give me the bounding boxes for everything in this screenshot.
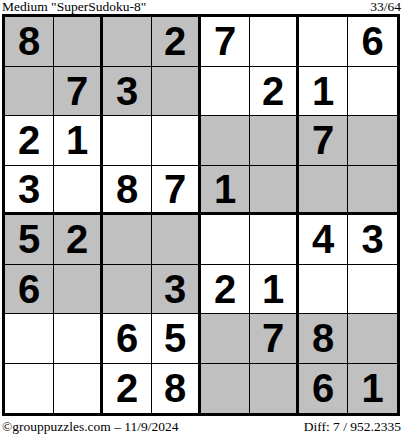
board: 8276732121738715243632165782861: [2, 14, 400, 416]
cell-r4c5: 1: [201, 166, 250, 216]
cell-r3c2: 1: [54, 116, 103, 166]
puzzle-page: Medium "SuperSudoku-8" 33/64 82767321217…: [0, 0, 403, 437]
cell-r1c3: [103, 17, 152, 67]
cell-r2c7: 1: [299, 67, 348, 117]
cell-r2c2: 7: [54, 67, 103, 117]
cell-r2c8: [348, 67, 397, 117]
cell-r2c1: [5, 67, 54, 117]
cell-r6c8: [348, 265, 397, 315]
cell-r3c5: [201, 116, 250, 166]
cell-r3c8: [348, 116, 397, 166]
cell-r7c4: 5: [152, 314, 201, 364]
cell-r4c1: 3: [5, 166, 54, 216]
footer-difficulty: Diff: 7 / 952.2335: [304, 419, 401, 434]
footer: ©grouppuzzles.com – 11/9/2024 Diff: 7 / …: [2, 419, 401, 434]
cell-r6c3: [103, 265, 152, 315]
cell-r1c6: [250, 17, 299, 67]
cell-r5c6: [250, 215, 299, 265]
cell-r7c6: 7: [250, 314, 299, 364]
cell-r2c5: [201, 67, 250, 117]
puzzle-counter: 33/64: [370, 0, 401, 13]
cell-r3c4: [152, 116, 201, 166]
cell-r3c6: [250, 116, 299, 166]
cell-r3c3: [103, 116, 152, 166]
cell-r3c7: 7: [299, 116, 348, 166]
cell-r1c4: 2: [152, 17, 201, 67]
cell-r6c6: 1: [250, 265, 299, 315]
cell-r6c5: 2: [201, 265, 250, 315]
cell-r8c2: [54, 364, 103, 414]
cell-r4c2: [54, 166, 103, 216]
cell-r8c3: 2: [103, 364, 152, 414]
cell-r2c4: [152, 67, 201, 117]
cell-r5c5: [201, 215, 250, 265]
cell-r7c3: 6: [103, 314, 152, 364]
cell-r7c7: 8: [299, 314, 348, 364]
cell-r5c8: 3: [348, 215, 397, 265]
cell-r8c5: [201, 364, 250, 414]
cell-r1c1: 8: [5, 17, 54, 67]
cell-r6c1: 6: [5, 265, 54, 315]
cell-r7c5: [201, 314, 250, 364]
cell-r4c3: 8: [103, 166, 152, 216]
cell-r1c7: [299, 17, 348, 67]
cell-r8c6: [250, 364, 299, 414]
cell-r6c2: [54, 265, 103, 315]
cell-r5c7: 4: [299, 215, 348, 265]
cell-r1c2: [54, 17, 103, 67]
cell-r4c7: [299, 166, 348, 216]
cell-r7c1: [5, 314, 54, 364]
cell-r4c8: [348, 166, 397, 216]
cell-r8c1: [5, 364, 54, 414]
cell-r5c1: 5: [5, 215, 54, 265]
cell-r1c5: 7: [201, 17, 250, 67]
cell-r5c4: [152, 215, 201, 265]
footer-credit: ©grouppuzzles.com – 11/9/2024: [2, 419, 179, 434]
cell-r1c8: 6: [348, 17, 397, 67]
cell-r8c4: 8: [152, 364, 201, 414]
cell-r6c4: 3: [152, 265, 201, 315]
cell-r7c8: [348, 314, 397, 364]
cell-r8c7: 6: [299, 364, 348, 414]
cell-r4c6: [250, 166, 299, 216]
header: Medium "SuperSudoku-8" 33/64: [2, 0, 401, 13]
cell-r8c8: 1: [348, 364, 397, 414]
cell-r5c2: 2: [54, 215, 103, 265]
cell-r6c7: [299, 265, 348, 315]
cell-r3c1: 2: [5, 116, 54, 166]
cell-r4c4: 7: [152, 166, 201, 216]
cell-r2c6: 2: [250, 67, 299, 117]
cell-r5c3: [103, 215, 152, 265]
cell-r2c3: 3: [103, 67, 152, 117]
puzzle-title: Medium "SuperSudoku-8": [2, 0, 146, 13]
cell-r7c2: [54, 314, 103, 364]
